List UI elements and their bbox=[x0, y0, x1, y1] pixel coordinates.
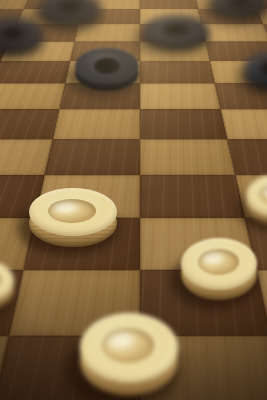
piece-top bbox=[75, 48, 139, 84]
pieces-layer bbox=[0, 0, 267, 400]
piece-top bbox=[29, 188, 117, 236]
piece-top bbox=[181, 238, 257, 290]
checkers-board-photo bbox=[0, 0, 267, 400]
checker-piece-cream bbox=[80, 313, 178, 396]
checker-piece-black bbox=[75, 48, 139, 91]
checker-piece-black bbox=[143, 15, 209, 51]
checker-piece-cream bbox=[246, 175, 267, 225]
checker-piece-cream bbox=[0, 261, 14, 310]
checker-piece-black bbox=[39, 0, 101, 28]
checker-piece-black bbox=[0, 17, 43, 55]
checker-piece-black bbox=[210, 0, 267, 20]
checker-piece-black bbox=[244, 52, 267, 90]
checker-piece-cream bbox=[181, 238, 257, 300]
checker-piece-cream bbox=[29, 188, 117, 247]
piece-top bbox=[80, 313, 178, 383]
piece-top bbox=[143, 15, 209, 45]
